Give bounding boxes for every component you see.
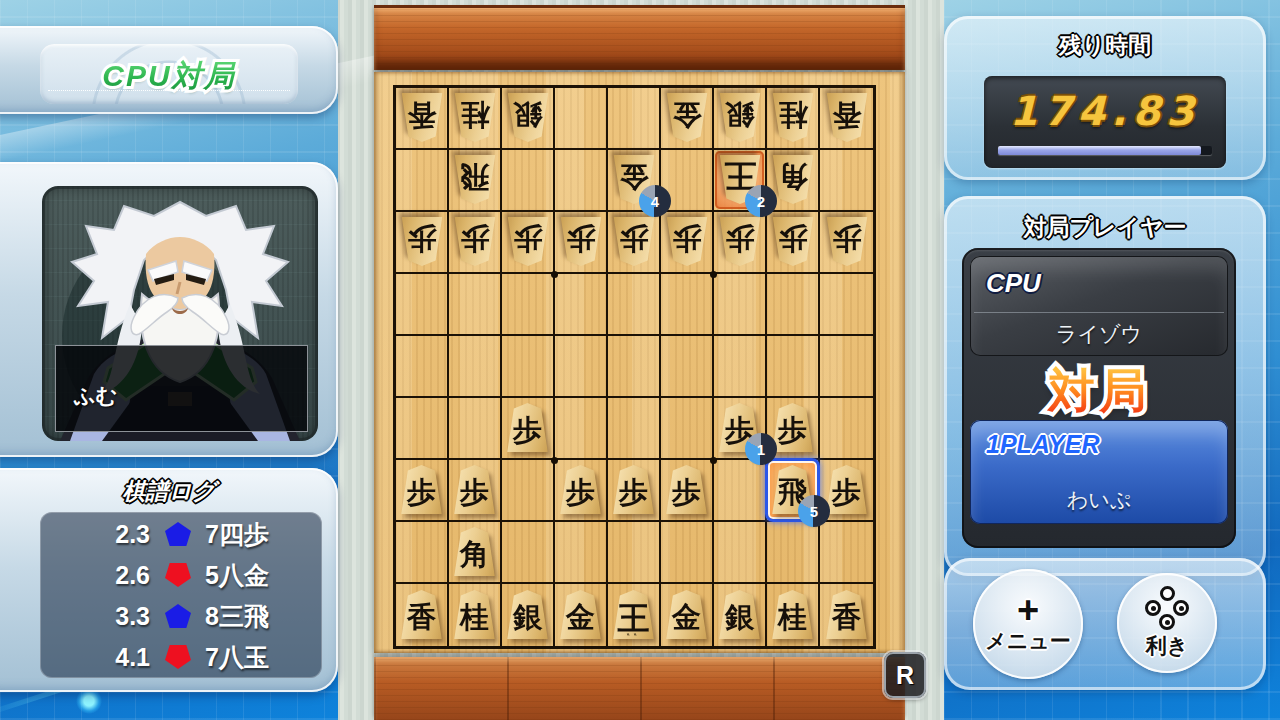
speech-bubble: ふむ bbox=[55, 345, 308, 432]
kifu-log-row: 2.65八金 bbox=[40, 555, 322, 595]
board-square[interactable] bbox=[502, 522, 555, 584]
shogi-piece[interactable]: 歩 bbox=[453, 217, 497, 266]
piece-maker-mark: 〟〟 bbox=[612, 628, 656, 638]
timer-display: 174.83 bbox=[984, 76, 1226, 168]
cpu-player-card: CPU ライゾウ bbox=[970, 256, 1228, 356]
board-square[interactable]: 飛5 bbox=[767, 460, 820, 522]
board-square[interactable]: 香 bbox=[396, 584, 449, 646]
mode-title-panel: CPU対局 CPU対局 bbox=[0, 26, 338, 114]
move-time: 4.1 bbox=[40, 643, 150, 672]
shogi-piece[interactable]: 歩 bbox=[771, 403, 815, 452]
player1-pentagon-icon bbox=[165, 522, 191, 546]
shogi-piece[interactable]: 金 bbox=[665, 590, 709, 639]
shogi-piece[interactable]: 歩 bbox=[718, 217, 762, 266]
speech-text: ふむ bbox=[74, 382, 117, 410]
board-square[interactable] bbox=[396, 336, 449, 398]
kiki-button-label: 利き bbox=[1146, 632, 1189, 660]
board-star-point bbox=[551, 457, 558, 464]
board-square[interactable] bbox=[396, 150, 449, 212]
board-square[interactable] bbox=[396, 274, 449, 336]
move-notation: 7四歩 bbox=[205, 518, 269, 551]
board-square[interactable] bbox=[767, 522, 820, 584]
cpu-pentagon-icon bbox=[165, 645, 191, 669]
board-square[interactable]: 歩 bbox=[449, 212, 502, 274]
shogi-piece[interactable]: 香 bbox=[825, 590, 869, 639]
player1-type: 1PLAYER bbox=[986, 430, 1099, 459]
shogi-piece[interactable]: 歩 bbox=[506, 403, 550, 452]
board-square[interactable] bbox=[820, 274, 873, 336]
board-square[interactable]: 歩 bbox=[502, 398, 555, 460]
shogi-piece[interactable]: 歩 bbox=[665, 465, 709, 514]
shogi-piece[interactable]: 金 bbox=[665, 93, 709, 142]
board-square[interactable] bbox=[608, 88, 661, 150]
board-square[interactable] bbox=[502, 150, 555, 212]
board-square[interactable] bbox=[449, 336, 502, 398]
board-square[interactable]: 歩 bbox=[608, 212, 661, 274]
board-square[interactable]: 桂 bbox=[767, 88, 820, 150]
board-square[interactable] bbox=[449, 274, 502, 336]
shogi-piece[interactable]: 飛 bbox=[453, 155, 497, 204]
board-square[interactable]: 王2 bbox=[714, 150, 767, 212]
cpu-pentagon-icon bbox=[165, 563, 191, 587]
board-square[interactable]: 歩 bbox=[555, 212, 608, 274]
shogi-piece[interactable]: 桂 bbox=[771, 93, 815, 142]
move-notation: 5八金 bbox=[205, 559, 269, 592]
shogi-piece[interactable]: 歩 bbox=[612, 217, 656, 266]
shogi-piece[interactable]: 銀 bbox=[506, 93, 550, 142]
kifu-log-row: 2.37四歩 bbox=[40, 514, 322, 554]
board-square[interactable]: 桂 bbox=[449, 584, 502, 646]
kifu-log-title: 棋譜ログ bbox=[40, 476, 298, 507]
board-grid: 香桂銀金銀桂香飛金4王2角歩歩歩歩歩歩歩歩歩歩歩1歩歩歩歩歩歩飛5歩角香桂銀金王… bbox=[393, 85, 876, 649]
board-square[interactable] bbox=[608, 336, 661, 398]
board-square[interactable] bbox=[502, 460, 555, 522]
board-square[interactable]: 銀 bbox=[714, 584, 767, 646]
r-button-label: R bbox=[896, 661, 914, 690]
move-notation: 8三飛 bbox=[205, 600, 269, 633]
shogi-piece[interactable]: 銀 bbox=[718, 93, 762, 142]
move-time: 2.3 bbox=[40, 520, 150, 549]
board-square[interactable]: 歩1 bbox=[714, 398, 767, 460]
menu-button[interactable]: + メニュー bbox=[973, 569, 1083, 679]
shogi-piece[interactable]: 角 bbox=[453, 527, 497, 576]
r-shoulder-button-hint[interactable]: R bbox=[884, 652, 926, 698]
board-square[interactable] bbox=[661, 274, 714, 336]
board-square[interactable] bbox=[396, 398, 449, 460]
board-square[interactable]: 香 bbox=[820, 88, 873, 150]
kifu-log-panel: 棋譜ログ 2.37四歩2.65八金3.38三飛4.17八玉 bbox=[0, 468, 338, 692]
board-square[interactable]: 歩 bbox=[608, 460, 661, 522]
board-square[interactable] bbox=[555, 88, 608, 150]
board-square[interactable]: 銀 bbox=[502, 88, 555, 150]
opponent-portrait-panel: ふむ bbox=[0, 162, 338, 457]
table-wood-bottom bbox=[374, 657, 905, 720]
kifu-log-list: 2.37四歩2.65八金3.38三飛4.17八玉 bbox=[40, 512, 322, 678]
board-square[interactable] bbox=[767, 336, 820, 398]
board-square[interactable] bbox=[820, 150, 873, 212]
shogi-piece[interactable]: 歩 bbox=[612, 465, 656, 514]
board-square[interactable] bbox=[820, 522, 873, 584]
board-square[interactable] bbox=[555, 398, 608, 460]
shogi-piece[interactable]: 歩 bbox=[665, 217, 709, 266]
board-square[interactable] bbox=[608, 274, 661, 336]
shogi-piece[interactable]: 桂 bbox=[453, 93, 497, 142]
timer-value: 174.83 bbox=[984, 88, 1226, 134]
mode-title: CPU対局 CPU対局 bbox=[40, 56, 298, 92]
board-square[interactable] bbox=[714, 336, 767, 398]
shogi-piece[interactable]: 歩 bbox=[559, 465, 603, 514]
move-order-badge: 2 bbox=[748, 188, 774, 214]
board-square[interactable]: 金 bbox=[661, 88, 714, 150]
move-time: 2.6 bbox=[40, 561, 150, 590]
versus-label: 対局 対局 bbox=[962, 360, 1236, 420]
shogi-piece[interactable]: 香 bbox=[825, 93, 869, 142]
board-square[interactable]: 金4 bbox=[608, 150, 661, 212]
shogi-board: 香桂銀金銀桂香飛金4王2角歩歩歩歩歩歩歩歩歩歩歩1歩歩歩歩歩歩飛5歩角香桂銀金王… bbox=[374, 72, 905, 653]
board-star-point bbox=[710, 457, 717, 464]
board-square[interactable]: 歩 bbox=[396, 212, 449, 274]
board-square[interactable] bbox=[714, 522, 767, 584]
move-order-badge: 4 bbox=[642, 188, 668, 214]
versus-text: 対局 bbox=[962, 360, 1236, 423]
game-screen: CPU対局 CPU対局 bbox=[0, 0, 1280, 720]
board-square[interactable] bbox=[820, 336, 873, 398]
shogi-piece[interactable]: 金 bbox=[559, 590, 603, 639]
shogi-piece[interactable]: 角 bbox=[771, 155, 815, 204]
player1-name: わいぷ bbox=[970, 486, 1228, 514]
plus-icon: + bbox=[1017, 593, 1039, 627]
table-wood-top bbox=[374, 5, 905, 70]
kiki-button[interactable]: 利き bbox=[1117, 573, 1217, 673]
remaining-time-panel: 残り時間 174.83 bbox=[944, 16, 1266, 180]
board-square[interactable]: 歩 bbox=[449, 460, 502, 522]
opponent-portrait: ふむ bbox=[42, 186, 318, 441]
board-square[interactable] bbox=[555, 274, 608, 336]
board-square[interactable]: 飛 bbox=[449, 150, 502, 212]
dots-cluster-icon bbox=[1144, 586, 1190, 630]
board-square[interactable] bbox=[714, 274, 767, 336]
board-star-point bbox=[551, 271, 558, 278]
board-grid-area: 香桂銀金銀桂香飛金4王2角歩歩歩歩歩歩歩歩歩歩歩1歩歩歩歩歩歩飛5歩角香桂銀金王… bbox=[393, 85, 876, 649]
player1-pentagon-icon bbox=[165, 604, 191, 628]
board-square[interactable] bbox=[502, 336, 555, 398]
move-notation: 7八玉 bbox=[205, 641, 269, 674]
players-box: CPU ライゾウ 対局 対局 1PLAYER わいぷ bbox=[962, 248, 1236, 548]
shogi-piece[interactable]: 歩 bbox=[453, 465, 497, 514]
board-square[interactable]: 歩 bbox=[555, 460, 608, 522]
cpu-player-type: CPU bbox=[986, 268, 1041, 299]
board-square[interactable]: 角 bbox=[449, 522, 502, 584]
shogi-piece[interactable]: 歩 bbox=[506, 217, 550, 266]
board-square[interactable]: 歩 bbox=[820, 212, 873, 274]
board-square[interactable] bbox=[714, 460, 767, 522]
board-square[interactable] bbox=[396, 522, 449, 584]
board-square[interactable] bbox=[555, 522, 608, 584]
controls-panel: + メニュー 利き bbox=[944, 558, 1266, 690]
shogi-piece[interactable]: 桂 bbox=[771, 590, 815, 639]
board-star-point bbox=[710, 271, 717, 278]
board-square[interactable]: 歩 bbox=[502, 212, 555, 274]
board-square[interactable] bbox=[767, 274, 820, 336]
shogi-piece[interactable]: 歩 bbox=[771, 217, 815, 266]
shogi-piece[interactable]: 銀 bbox=[718, 590, 762, 639]
board-square[interactable]: 金 bbox=[661, 584, 714, 646]
shogi-piece[interactable]: 歩 bbox=[825, 217, 869, 266]
shogi-piece[interactable]: 香 bbox=[400, 93, 444, 142]
shogi-piece[interactable]: 香 bbox=[400, 590, 444, 639]
menu-button-label: メニュー bbox=[985, 627, 1070, 655]
remaining-time-title: 残り時間 bbox=[944, 30, 1266, 61]
shogi-piece[interactable]: 歩 bbox=[400, 217, 444, 266]
board-square[interactable]: 王〟〟 bbox=[608, 584, 661, 646]
shogi-piece[interactable]: 王〟〟 bbox=[612, 590, 656, 639]
players-panel: 対局プレイヤー CPU ライゾウ 対局 対局 1PLAYER わいぷ bbox=[944, 196, 1266, 576]
mode-title-inner-plate: CPU対局 CPU対局 bbox=[40, 44, 298, 104]
board-square[interactable] bbox=[661, 336, 714, 398]
shogi-piece[interactable]: 歩 bbox=[825, 465, 869, 514]
board-square[interactable] bbox=[555, 150, 608, 212]
board-square[interactable]: 銀 bbox=[502, 584, 555, 646]
shogi-piece[interactable]: 歩 bbox=[559, 217, 603, 266]
board-square[interactable]: 歩 bbox=[661, 212, 714, 274]
kifu-log-row: 3.38三飛 bbox=[40, 596, 322, 636]
time-progress-bar bbox=[998, 146, 1212, 155]
kifu-log-row: 4.17八玉 bbox=[40, 637, 322, 677]
board-square[interactable]: 香 bbox=[820, 584, 873, 646]
board-square[interactable] bbox=[661, 522, 714, 584]
mode-title-text: CPU対局 bbox=[40, 56, 298, 97]
time-progress-fill bbox=[998, 146, 1201, 155]
board-square[interactable]: 歩 bbox=[661, 460, 714, 522]
shogi-piece[interactable]: 歩 bbox=[400, 465, 444, 514]
move-time: 3.3 bbox=[40, 602, 150, 631]
board-square[interactable]: 歩 bbox=[714, 212, 767, 274]
board-square[interactable]: 銀 bbox=[714, 88, 767, 150]
board-square[interactable]: 桂 bbox=[767, 584, 820, 646]
board-square[interactable]: 金 bbox=[555, 584, 608, 646]
board-square[interactable]: 桂 bbox=[449, 88, 502, 150]
move-order-badge: 1 bbox=[748, 436, 774, 462]
move-order-badge: 5 bbox=[801, 498, 827, 524]
shogi-piece[interactable]: 銀 bbox=[506, 590, 550, 639]
board-square[interactable] bbox=[449, 398, 502, 460]
board-square[interactable]: 歩 bbox=[396, 460, 449, 522]
board-square[interactable] bbox=[608, 398, 661, 460]
board-square[interactable] bbox=[555, 336, 608, 398]
board-square[interactable] bbox=[502, 274, 555, 336]
cpu-player-name: ライゾウ bbox=[970, 320, 1228, 348]
shogi-piece[interactable]: 桂 bbox=[453, 590, 497, 639]
player1-card: 1PLAYER わいぷ bbox=[970, 420, 1228, 524]
players-panel-title: 対局プレイヤー bbox=[944, 212, 1266, 243]
board-square[interactable]: 香 bbox=[396, 88, 449, 150]
board-square[interactable] bbox=[608, 522, 661, 584]
board-square[interactable] bbox=[661, 398, 714, 460]
board-square[interactable]: 歩 bbox=[767, 212, 820, 274]
board-square[interactable] bbox=[820, 398, 873, 460]
